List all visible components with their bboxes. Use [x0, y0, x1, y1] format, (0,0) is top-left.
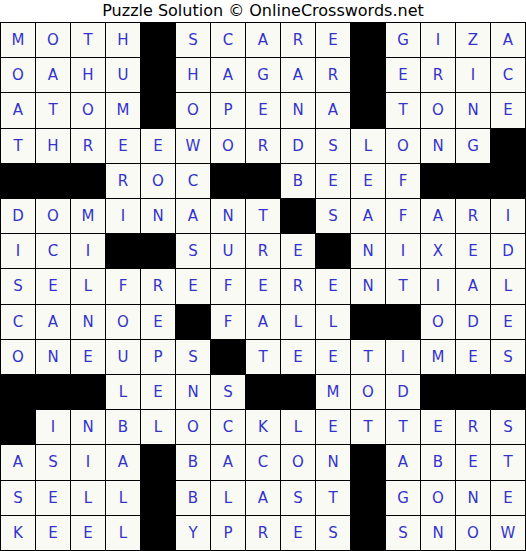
grid-cell: T	[351, 340, 386, 375]
grid-cell: T	[246, 199, 281, 234]
block-cell	[176, 305, 211, 340]
grid-cell: D	[386, 375, 421, 410]
grid-cell: E	[141, 129, 176, 164]
grid-cell: N	[351, 234, 386, 269]
grid-cell: A	[281, 58, 316, 93]
grid-cell: I	[1, 234, 36, 269]
grid-cell: O	[351, 375, 386, 410]
block-cell	[351, 58, 386, 93]
grid-cell: A	[36, 58, 71, 93]
grid-cell: L	[106, 516, 141, 551]
grid-cell: X	[421, 234, 456, 269]
block-cell	[351, 516, 386, 551]
grid-cell: G	[456, 129, 491, 164]
grid-cell: O	[456, 516, 491, 551]
block-cell	[71, 164, 106, 199]
grid-cell: C	[1, 305, 36, 340]
grid-cell: E	[456, 234, 491, 269]
grid-cell: S	[176, 340, 211, 375]
grid-cell: E	[141, 305, 176, 340]
grid-cell: O	[421, 481, 456, 516]
grid-cell: S	[491, 340, 526, 375]
block-cell	[421, 164, 456, 199]
grid-cell: K	[1, 516, 36, 551]
grid-cell: M	[316, 375, 351, 410]
grid-cell: I	[106, 199, 141, 234]
grid-cell: L	[211, 481, 246, 516]
grid-cell: R	[281, 269, 316, 304]
grid-cell: U	[106, 340, 141, 375]
grid-cell: N	[456, 481, 491, 516]
grid-cell: N	[421, 516, 456, 551]
grid-cell: L	[106, 375, 141, 410]
grid-cell: I	[421, 23, 456, 58]
grid-cell: E	[491, 93, 526, 128]
grid-cell: N	[141, 199, 176, 234]
block-cell	[456, 375, 491, 410]
grid-cell: R	[316, 58, 351, 93]
grid-cell: L	[71, 481, 106, 516]
block-cell	[211, 340, 246, 375]
grid-cell: G	[386, 481, 421, 516]
block-cell	[351, 23, 386, 58]
grid-cell: A	[106, 445, 141, 480]
grid-cell: I	[386, 234, 421, 269]
grid-cell: R	[456, 410, 491, 445]
grid-cell: T	[36, 93, 71, 128]
grid-cell: A	[491, 23, 526, 58]
grid-cell: O	[176, 410, 211, 445]
grid-cell: E	[491, 305, 526, 340]
grid-cell: W	[491, 516, 526, 551]
grid-cell: E	[36, 516, 71, 551]
grid-cell: C	[211, 410, 246, 445]
grid-cell: E	[386, 58, 421, 93]
grid-cell: A	[36, 305, 71, 340]
grid-cell: S	[386, 516, 421, 551]
block-cell	[141, 93, 176, 128]
block-cell	[141, 23, 176, 58]
grid-cell: K	[246, 410, 281, 445]
grid-cell: N	[351, 269, 386, 304]
grid-cell: A	[246, 23, 281, 58]
grid-cell: E	[106, 129, 141, 164]
grid-cell: F	[386, 199, 421, 234]
grid-cell: O	[421, 93, 456, 128]
block-cell	[106, 234, 141, 269]
grid-cell: G	[386, 23, 421, 58]
grid-cell: H	[36, 129, 71, 164]
grid-cell: N	[281, 93, 316, 128]
grid-cell: N	[211, 199, 246, 234]
grid-cell: R	[456, 199, 491, 234]
grid-cell: E	[141, 375, 176, 410]
grid-cell: R	[421, 58, 456, 93]
grid-cell: E	[281, 234, 316, 269]
grid-cell: O	[176, 93, 211, 128]
block-cell	[351, 445, 386, 480]
grid-cell: Y	[176, 516, 211, 551]
grid-cell: O	[36, 199, 71, 234]
block-cell	[141, 516, 176, 551]
grid-cell: S	[176, 23, 211, 58]
grid-cell: I	[421, 269, 456, 304]
grid-cell: D	[456, 305, 491, 340]
grid-cell: O	[211, 129, 246, 164]
grid-cell: L	[281, 305, 316, 340]
grid-cell: N	[456, 93, 491, 128]
puzzle-solution-page: Puzzle Solution © OnlineCrosswords.net M…	[0, 0, 526, 551]
grid-cell: N	[316, 445, 351, 480]
grid-cell: E	[456, 445, 491, 480]
block-cell	[246, 375, 281, 410]
grid-cell: L	[351, 129, 386, 164]
grid-cell: S	[176, 234, 211, 269]
grid-cell: A	[211, 445, 246, 480]
block-cell	[421, 375, 456, 410]
grid-cell: G	[246, 58, 281, 93]
grid-cell: E	[456, 340, 491, 375]
grid-cell: R	[246, 516, 281, 551]
grid-cell: O	[36, 23, 71, 58]
grid-cell: E	[36, 481, 71, 516]
grid-cell: A	[1, 93, 36, 128]
grid-cell: S	[316, 516, 351, 551]
grid-cell: E	[316, 23, 351, 58]
grid-cell: A	[386, 445, 421, 480]
block-cell	[351, 93, 386, 128]
crossword-grid: MOTHSCAREGIZAOAHUHAGARERICATOMOPENATONET…	[0, 22, 526, 551]
grid-cell: C	[246, 445, 281, 480]
grid-cell: T	[386, 410, 421, 445]
grid-cell: T	[351, 410, 386, 445]
grid-cell: T	[1, 129, 36, 164]
grid-cell: R	[246, 129, 281, 164]
grid-cell: P	[141, 340, 176, 375]
grid-cell: S	[281, 481, 316, 516]
grid-cell: N	[71, 410, 106, 445]
grid-cell: I	[71, 445, 106, 480]
grid-cell: L	[316, 305, 351, 340]
grid-cell: E	[316, 164, 351, 199]
grid-cell: C	[491, 58, 526, 93]
grid-cell: S	[211, 375, 246, 410]
block-cell	[246, 164, 281, 199]
block-cell	[36, 164, 71, 199]
grid-cell: D	[281, 129, 316, 164]
grid-cell: O	[141, 164, 176, 199]
grid-cell: T	[386, 93, 421, 128]
block-cell	[351, 481, 386, 516]
grid-cell: I	[71, 234, 106, 269]
grid-cell: C	[211, 23, 246, 58]
grid-cell: M	[106, 93, 141, 128]
block-cell	[491, 129, 526, 164]
block-cell	[491, 164, 526, 199]
grid-cell: S	[1, 269, 36, 304]
grid-cell: F	[211, 269, 246, 304]
grid-cell: D	[1, 199, 36, 234]
block-cell	[351, 305, 386, 340]
grid-cell: A	[316, 93, 351, 128]
grid-cell: T	[246, 340, 281, 375]
grid-cell: O	[1, 340, 36, 375]
grid-cell: B	[176, 445, 211, 480]
grid-cell: R	[141, 269, 176, 304]
block-cell	[386, 305, 421, 340]
grid-cell: L	[141, 410, 176, 445]
grid-cell: O	[106, 305, 141, 340]
block-cell	[141, 481, 176, 516]
grid-cell: A	[246, 305, 281, 340]
grid-cell: E	[36, 269, 71, 304]
grid-cell: R	[106, 164, 141, 199]
grid-cell: S	[36, 445, 71, 480]
grid-cell: M	[71, 199, 106, 234]
grid-cell: P	[211, 93, 246, 128]
grid-cell: N	[176, 375, 211, 410]
grid-cell: M	[421, 340, 456, 375]
block-cell	[141, 58, 176, 93]
grid-cell: S	[316, 199, 351, 234]
grid-cell: E	[316, 410, 351, 445]
grid-cell: E	[246, 269, 281, 304]
grid-cell: A	[351, 199, 386, 234]
grid-cell: I	[456, 58, 491, 93]
grid-cell: S	[491, 410, 526, 445]
grid-cell: W	[176, 129, 211, 164]
block-cell	[491, 375, 526, 410]
grid-cell: P	[211, 516, 246, 551]
grid-cell: E	[421, 410, 456, 445]
block-cell	[281, 375, 316, 410]
grid-cell: Z	[456, 23, 491, 58]
grid-cell: E	[281, 516, 316, 551]
grid-cell: S	[1, 481, 36, 516]
block-cell	[141, 445, 176, 480]
grid-cell: A	[1, 445, 36, 480]
block-cell	[1, 410, 36, 445]
block-cell	[71, 375, 106, 410]
grid-cell: N	[36, 340, 71, 375]
block-cell	[456, 164, 491, 199]
page-title: Puzzle Solution © OnlineCrosswords.net	[0, 0, 526, 22]
grid-cell: I	[491, 199, 526, 234]
grid-cell: A	[421, 199, 456, 234]
grid-cell: T	[316, 481, 351, 516]
grid-cell: O	[71, 93, 106, 128]
grid-cell: L	[491, 269, 526, 304]
grid-cell: T	[71, 23, 106, 58]
grid-cell: E	[71, 516, 106, 551]
grid-cell: L	[281, 410, 316, 445]
grid-cell: B	[281, 164, 316, 199]
grid-cell: R	[246, 234, 281, 269]
grid-cell: C	[176, 164, 211, 199]
block-cell	[281, 199, 316, 234]
grid-cell: H	[176, 58, 211, 93]
grid-cell: E	[316, 340, 351, 375]
grid-cell: N	[71, 305, 106, 340]
grid-cell: I	[386, 340, 421, 375]
grid-cell: O	[421, 305, 456, 340]
grid-cell: M	[1, 23, 36, 58]
block-cell	[1, 164, 36, 199]
block-cell	[141, 234, 176, 269]
grid-cell: E	[176, 269, 211, 304]
block-cell	[316, 234, 351, 269]
grid-cell: B	[106, 410, 141, 445]
grid-cell: B	[421, 445, 456, 480]
grid-cell: F	[386, 164, 421, 199]
grid-cell: F	[106, 269, 141, 304]
grid-cell: L	[106, 481, 141, 516]
grid-cell: A	[176, 199, 211, 234]
grid-cell: O	[281, 445, 316, 480]
grid-cell: L	[71, 269, 106, 304]
grid-cell: A	[456, 269, 491, 304]
grid-cell: T	[386, 269, 421, 304]
grid-cell: R	[281, 23, 316, 58]
grid-cell: E	[351, 164, 386, 199]
block-cell	[36, 375, 71, 410]
grid-cell: U	[106, 58, 141, 93]
grid-cell: A	[246, 481, 281, 516]
grid-cell: E	[71, 340, 106, 375]
grid-cell: N	[421, 129, 456, 164]
grid-cell: E	[246, 93, 281, 128]
grid-cell: O	[386, 129, 421, 164]
grid-cell: F	[211, 305, 246, 340]
grid-cell: B	[176, 481, 211, 516]
grid-cell: D	[491, 234, 526, 269]
grid-cell: A	[211, 58, 246, 93]
grid-cell: H	[71, 58, 106, 93]
grid-cell: C	[36, 234, 71, 269]
grid-cell: H	[106, 23, 141, 58]
block-cell	[1, 375, 36, 410]
grid-cell: S	[316, 129, 351, 164]
grid-cell: T	[491, 445, 526, 480]
grid-cell: E	[316, 269, 351, 304]
grid-cell: E	[491, 481, 526, 516]
grid-cell: U	[211, 234, 246, 269]
grid-cell: E	[281, 340, 316, 375]
grid-cell: R	[71, 129, 106, 164]
grid-cell: O	[1, 58, 36, 93]
block-cell	[211, 164, 246, 199]
grid-cell: I	[36, 410, 71, 445]
